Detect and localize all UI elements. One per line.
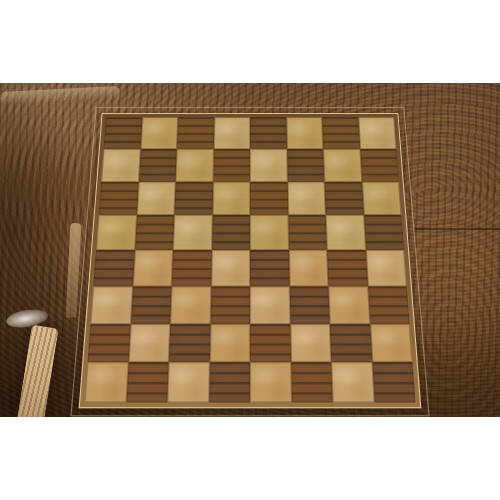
chessboard-photo [0,83,500,417]
square-h5 [364,215,404,250]
square-c6 [174,181,212,215]
square-b6 [136,181,175,215]
square-e3 [250,286,290,323]
table-seam-line [414,228,500,230]
square-e7 [250,149,287,182]
square-e2 [250,324,291,363]
square-g2 [330,324,372,363]
square-d1 [209,362,250,402]
square-h4 [366,250,407,286]
square-c5 [173,215,212,250]
square-d6 [212,181,250,215]
square-b8 [140,117,178,149]
square-a1 [84,362,128,402]
square-b5 [135,215,175,250]
square-d2 [209,324,250,363]
square-g3 [328,286,369,323]
square-d3 [210,286,250,323]
square-f7 [287,149,325,182]
square-g4 [327,250,368,286]
square-d5 [212,215,251,250]
square-g6 [324,181,363,215]
square-e1 [250,362,291,402]
square-f8 [286,117,323,149]
square-c8 [177,117,214,149]
square-h1 [372,362,416,402]
square-f5 [288,215,327,250]
square-h8 [358,117,396,149]
square-h2 [370,324,413,363]
square-e5 [250,215,289,250]
square-d8 [213,117,250,149]
table-edge-highlight [0,86,120,105]
square-c4 [172,250,212,286]
square-e4 [250,250,289,286]
square-c3 [170,286,211,323]
square-a8 [104,117,142,149]
square-a2 [88,324,131,363]
square-e6 [250,181,288,215]
square-a4 [93,250,134,286]
square-b4 [132,250,173,286]
square-d4 [211,250,250,286]
square-g1 [331,362,374,402]
square-c7 [176,149,214,182]
square-a7 [101,149,140,182]
square-a3 [90,286,132,323]
square-f4 [289,250,329,286]
square-g7 [323,149,361,182]
square-f1 [291,362,333,402]
square-b1 [126,362,169,402]
chessboard-grid [84,117,415,402]
chessboard [79,113,422,408]
worn-wood-streak-small [66,223,82,318]
square-e8 [250,117,287,149]
square-b2 [128,324,170,363]
white-bottom-margin [0,417,500,500]
square-g8 [322,117,360,149]
square-c2 [169,324,210,363]
square-a5 [96,215,136,250]
square-b3 [130,286,171,323]
square-h3 [368,286,410,323]
square-f3 [289,286,330,323]
white-top-margin [0,0,500,83]
square-f6 [287,181,325,215]
square-b7 [138,149,176,182]
square-c1 [167,362,209,402]
square-d7 [213,149,250,182]
square-g5 [326,215,366,250]
square-h7 [360,149,399,182]
square-f2 [290,324,331,363]
square-a6 [99,181,139,215]
square-h6 [362,181,402,215]
